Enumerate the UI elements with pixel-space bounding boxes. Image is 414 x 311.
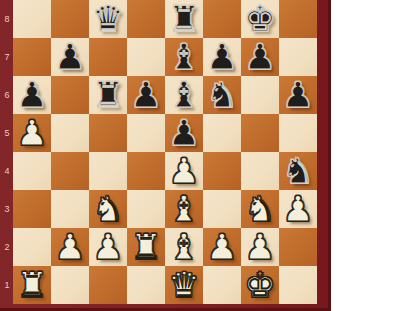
- square-a6[interactable]: ♟: [13, 76, 51, 114]
- square-f3[interactable]: [203, 190, 241, 228]
- square-c1[interactable]: [89, 266, 127, 304]
- square-g1[interactable]: ♚: [241, 266, 279, 304]
- piece-black-pawn-d6[interactable]: ♟: [127, 76, 165, 114]
- piece-white-pawn-h3[interactable]: ♟: [279, 190, 317, 228]
- square-c6[interactable]: ♜: [89, 76, 127, 114]
- square-f1[interactable]: [203, 266, 241, 304]
- piece-black-rook-c6[interactable]: ♜: [89, 76, 127, 114]
- rank-label-2: 2: [2, 242, 12, 253]
- piece-white-queen-e1[interactable]: ♛: [165, 266, 203, 304]
- piece-white-king-g1[interactable]: ♚: [241, 266, 279, 304]
- piece-white-pawn-f2[interactable]: ♟: [203, 228, 241, 266]
- square-g5[interactable]: [241, 114, 279, 152]
- square-c8[interactable]: ♛: [89, 0, 127, 38]
- square-h6[interactable]: ♟: [279, 76, 317, 114]
- piece-white-knight-g3[interactable]: ♞: [241, 190, 279, 228]
- square-g3[interactable]: ♞: [241, 190, 279, 228]
- square-f4[interactable]: [203, 152, 241, 190]
- square-a8[interactable]: [13, 0, 51, 38]
- square-g4[interactable]: [241, 152, 279, 190]
- piece-black-knight-f6[interactable]: ♞: [203, 76, 241, 114]
- square-h1[interactable]: [279, 266, 317, 304]
- page-background: 87654321 ♛♜♚♟♝♟♟♟♜♟♝♞♟♟♟♟♞♞♝♞♟♟♟♜♝♟♟♜♛♚: [0, 0, 414, 311]
- rank-label-1: 1: [2, 280, 12, 291]
- square-b7[interactable]: ♟: [51, 38, 89, 76]
- square-d7[interactable]: [127, 38, 165, 76]
- piece-white-pawn-c2[interactable]: ♟: [89, 228, 127, 266]
- square-e2[interactable]: ♝: [165, 228, 203, 266]
- piece-white-rook-a1[interactable]: ♜: [13, 266, 51, 304]
- square-d8[interactable]: [127, 0, 165, 38]
- square-h3[interactable]: ♟: [279, 190, 317, 228]
- piece-black-pawn-a6[interactable]: ♟: [13, 76, 51, 114]
- piece-black-pawn-e5[interactable]: ♟: [165, 114, 203, 152]
- square-e5[interactable]: ♟: [165, 114, 203, 152]
- square-e1[interactable]: ♛: [165, 266, 203, 304]
- square-g2[interactable]: ♟: [241, 228, 279, 266]
- square-h8[interactable]: [279, 0, 317, 38]
- piece-white-rook-d2[interactable]: ♜: [127, 228, 165, 266]
- square-b2[interactable]: ♟: [51, 228, 89, 266]
- square-d1[interactable]: [127, 266, 165, 304]
- square-f5[interactable]: [203, 114, 241, 152]
- rank-label-3: 3: [2, 204, 12, 215]
- square-c3[interactable]: ♞: [89, 190, 127, 228]
- piece-black-pawn-f7[interactable]: ♟: [203, 38, 241, 76]
- square-a5[interactable]: ♟: [13, 114, 51, 152]
- piece-white-pawn-a5[interactable]: ♟: [13, 114, 51, 152]
- square-c7[interactable]: [89, 38, 127, 76]
- piece-white-pawn-e4[interactable]: ♟: [165, 152, 203, 190]
- square-g8[interactable]: ♚: [241, 0, 279, 38]
- square-a7[interactable]: [13, 38, 51, 76]
- square-b6[interactable]: [51, 76, 89, 114]
- square-c5[interactable]: [89, 114, 127, 152]
- square-e3[interactable]: ♝: [165, 190, 203, 228]
- square-f8[interactable]: [203, 0, 241, 38]
- square-b1[interactable]: [51, 266, 89, 304]
- rank-label-4: 4: [2, 166, 12, 177]
- square-h7[interactable]: [279, 38, 317, 76]
- square-b3[interactable]: [51, 190, 89, 228]
- square-b8[interactable]: [51, 0, 89, 38]
- square-a2[interactable]: [13, 228, 51, 266]
- square-g7[interactable]: ♟: [241, 38, 279, 76]
- square-d4[interactable]: [127, 152, 165, 190]
- piece-black-king-g8[interactable]: ♚: [241, 0, 279, 38]
- square-b5[interactable]: [51, 114, 89, 152]
- square-c4[interactable]: [89, 152, 127, 190]
- rank-label-6: 6: [2, 90, 12, 101]
- square-e6[interactable]: ♝: [165, 76, 203, 114]
- piece-black-rook-e8[interactable]: ♜: [165, 0, 203, 38]
- square-a1[interactable]: ♜: [13, 266, 51, 304]
- piece-white-pawn-b2[interactable]: ♟: [51, 228, 89, 266]
- piece-white-knight-c3[interactable]: ♞: [89, 190, 127, 228]
- square-g6[interactable]: [241, 76, 279, 114]
- piece-white-bishop-e3[interactable]: ♝: [165, 190, 203, 228]
- piece-white-bishop-e2[interactable]: ♝: [165, 228, 203, 266]
- square-h5[interactable]: [279, 114, 317, 152]
- square-d2[interactable]: ♜: [127, 228, 165, 266]
- piece-black-bishop-e6[interactable]: ♝: [165, 76, 203, 114]
- square-h2[interactable]: [279, 228, 317, 266]
- chess-board-frame: 87654321 ♛♜♚♟♝♟♟♟♜♟♝♞♟♟♟♟♞♞♝♞♟♟♟♜♝♟♟♜♛♚: [0, 0, 331, 311]
- square-e4[interactable]: ♟: [165, 152, 203, 190]
- square-c2[interactable]: ♟: [89, 228, 127, 266]
- piece-black-pawn-g7[interactable]: ♟: [241, 38, 279, 76]
- piece-black-knight-h4[interactable]: ♞: [279, 152, 317, 190]
- square-b4[interactable]: [51, 152, 89, 190]
- square-f6[interactable]: ♞: [203, 76, 241, 114]
- square-e7[interactable]: ♝: [165, 38, 203, 76]
- rank-label-8: 8: [2, 14, 12, 25]
- square-d3[interactable]: [127, 190, 165, 228]
- square-f7[interactable]: ♟: [203, 38, 241, 76]
- piece-white-pawn-g2[interactable]: ♟: [241, 228, 279, 266]
- square-a4[interactable]: [13, 152, 51, 190]
- piece-black-pawn-h6[interactable]: ♟: [279, 76, 317, 114]
- rank-label-5: 5: [2, 128, 12, 139]
- piece-black-pawn-b7[interactable]: ♟: [51, 38, 89, 76]
- square-e8[interactable]: ♜: [165, 0, 203, 38]
- square-a3[interactable]: [13, 190, 51, 228]
- square-h4[interactable]: ♞: [279, 152, 317, 190]
- square-d6[interactable]: ♟: [127, 76, 165, 114]
- square-f2[interactable]: ♟: [203, 228, 241, 266]
- piece-black-queen-c8[interactable]: ♛: [89, 0, 127, 38]
- piece-black-bishop-e7[interactable]: ♝: [165, 38, 203, 76]
- rank-label-7: 7: [2, 52, 12, 63]
- square-d5[interactable]: [127, 114, 165, 152]
- chess-board: ♛♜♚♟♝♟♟♟♜♟♝♞♟♟♟♟♞♞♝♞♟♟♟♜♝♟♟♜♛♚: [13, 0, 317, 304]
